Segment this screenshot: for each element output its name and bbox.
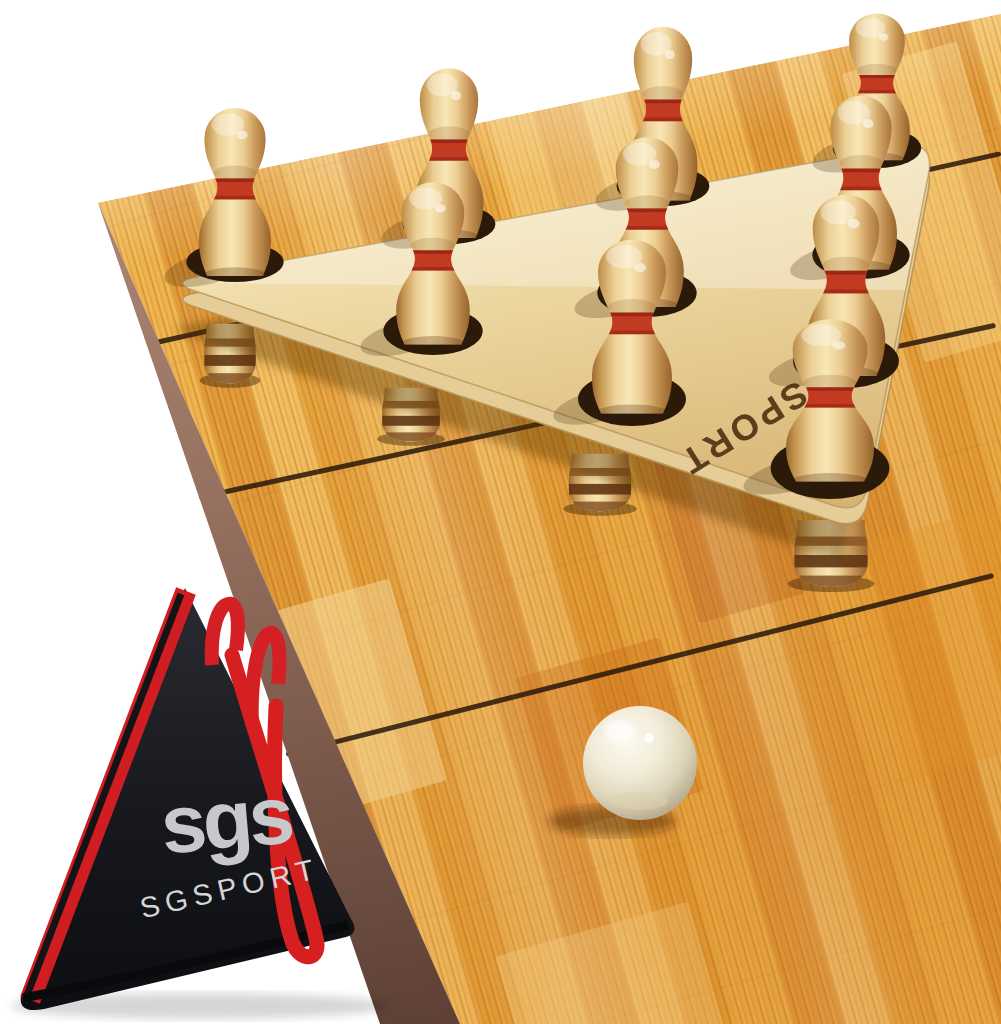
product-photo-stage: SGSPORT sgs SGSPORT xyxy=(0,0,1001,1024)
bowling-pin-7 xyxy=(195,108,274,285)
bag-logo: sgs xyxy=(157,769,295,871)
bowling-ball-group xyxy=(548,706,697,836)
ball-reflected-light xyxy=(612,792,668,810)
carry-bag: sgs SGSPORT xyxy=(10,588,390,1019)
ball-highlight xyxy=(605,720,635,742)
ball-highlight-spot xyxy=(644,733,654,743)
scene-overlay: SGSPORT sgs SGSPORT xyxy=(0,0,1001,1024)
